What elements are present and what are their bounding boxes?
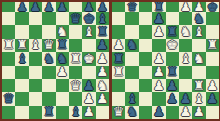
chess-pawn-icon: ♟ bbox=[194, 2, 205, 12]
square[interactable]: ♟ bbox=[82, 2, 95, 12]
square[interactable] bbox=[139, 92, 152, 105]
chess-bishop-icon: ♝ bbox=[96, 13, 108, 25]
chess-pawn-icon: ♟ bbox=[83, 106, 95, 118]
square[interactable]: ♜ bbox=[42, 106, 55, 119]
chess-bishop-icon: ♝ bbox=[83, 26, 95, 38]
square[interactable]: ♜ bbox=[112, 52, 125, 65]
chess-rook-icon: ♜ bbox=[43, 106, 55, 118]
square[interactable]: ♝ bbox=[15, 52, 28, 65]
chess-rook-icon: ♜ bbox=[113, 53, 125, 65]
square[interactable] bbox=[2, 2, 15, 12]
square[interactable] bbox=[112, 92, 125, 105]
square[interactable] bbox=[15, 92, 28, 105]
square[interactable]: ♟ bbox=[56, 2, 69, 12]
square[interactable]: ♟ bbox=[56, 66, 69, 79]
square[interactable] bbox=[42, 12, 55, 25]
square[interactable] bbox=[166, 2, 179, 12]
chess-pawn-icon: ♟ bbox=[30, 2, 41, 12]
chess-queen-icon: ♛ bbox=[113, 106, 125, 118]
chess-pawn-icon: ♟ bbox=[193, 106, 205, 118]
chess-bishop-icon: ♝ bbox=[126, 93, 138, 105]
square[interactable] bbox=[206, 66, 219, 79]
chess-knight-icon: ♞ bbox=[126, 106, 138, 118]
chess-king-icon: ♚ bbox=[83, 53, 95, 65]
square[interactable] bbox=[166, 106, 179, 119]
square[interactable] bbox=[42, 25, 55, 38]
square[interactable]: ♟ bbox=[152, 66, 165, 79]
square[interactable]: ♜ bbox=[2, 39, 15, 52]
square[interactable] bbox=[82, 39, 95, 52]
chess-pawn-icon: ♟ bbox=[153, 53, 165, 65]
square[interactable]: ♜ bbox=[166, 66, 179, 79]
square[interactable]: ♟ bbox=[206, 92, 219, 105]
chess-rook-icon: ♜ bbox=[166, 66, 178, 78]
square[interactable] bbox=[139, 2, 152, 12]
chess-pawn-icon: ♟ bbox=[180, 2, 191, 12]
square[interactable] bbox=[29, 25, 42, 38]
square[interactable] bbox=[179, 39, 192, 52]
square[interactable]: ♟ bbox=[192, 106, 205, 119]
chess-pawn-icon: ♟ bbox=[153, 80, 165, 92]
square[interactable] bbox=[125, 25, 138, 38]
square[interactable]: ♝ bbox=[69, 106, 82, 119]
square[interactable] bbox=[125, 52, 138, 65]
square[interactable] bbox=[42, 66, 55, 79]
square[interactable]: ♟ bbox=[96, 66, 109, 79]
chess-knight-icon: ♞ bbox=[193, 13, 205, 25]
square[interactable] bbox=[69, 39, 82, 52]
square[interactable]: ♞ bbox=[192, 52, 205, 65]
square[interactable] bbox=[29, 106, 42, 119]
square[interactable] bbox=[29, 12, 42, 25]
square[interactable] bbox=[69, 66, 82, 79]
square[interactable] bbox=[96, 106, 109, 119]
square[interactable] bbox=[56, 12, 69, 25]
square[interactable] bbox=[15, 12, 28, 25]
square[interactable] bbox=[139, 52, 152, 65]
chess-pawn-icon: ♟ bbox=[153, 13, 165, 25]
square[interactable]: ♟ bbox=[152, 52, 165, 65]
square[interactable]: ♟ bbox=[42, 2, 55, 12]
square[interactable]: ♟ bbox=[82, 92, 95, 105]
square[interactable] bbox=[15, 79, 28, 92]
square[interactable] bbox=[206, 25, 219, 38]
square[interactable] bbox=[139, 12, 152, 25]
chess-rook-icon: ♜ bbox=[16, 39, 28, 51]
square[interactable] bbox=[112, 12, 125, 25]
chess-bishop-icon: ♝ bbox=[30, 39, 42, 51]
square[interactable] bbox=[139, 106, 152, 119]
chess-pawn-icon: ♟ bbox=[96, 53, 108, 65]
square[interactable] bbox=[29, 66, 42, 79]
square[interactable] bbox=[166, 12, 179, 25]
square[interactable]: ♛ bbox=[2, 92, 15, 105]
chess-pawn-icon: ♟ bbox=[166, 93, 178, 105]
chess-queen-icon: ♛ bbox=[70, 13, 82, 25]
chess-pawn-icon: ♟ bbox=[206, 80, 218, 92]
chess-pawn-icon: ♟ bbox=[96, 66, 108, 78]
square[interactable] bbox=[29, 52, 42, 65]
square[interactable] bbox=[179, 79, 192, 92]
chess-pawn-icon: ♟ bbox=[56, 66, 68, 78]
square[interactable] bbox=[166, 52, 179, 65]
square[interactable] bbox=[112, 79, 125, 92]
square[interactable] bbox=[42, 92, 55, 105]
square[interactable]: ♟ bbox=[112, 39, 125, 52]
chess-rook-icon: ♜ bbox=[70, 53, 82, 65]
chess-rook-icon: ♜ bbox=[3, 39, 15, 51]
square[interactable] bbox=[139, 39, 152, 52]
right-board: ♛♜♟♟♚♟♞♟♜♞♝♟♞♚♜♜♟♝♞♜♟♜♟♟♜♟♝♟♟♝♟♛♞♟♟♟ bbox=[112, 2, 219, 119]
square[interactable]: ♟ bbox=[82, 106, 95, 119]
square[interactable]: ♟ bbox=[206, 79, 219, 92]
chess-pawn-icon: ♟ bbox=[96, 93, 108, 105]
square[interactable]: ♟ bbox=[96, 52, 109, 65]
chess-pawn-icon: ♟ bbox=[57, 2, 68, 12]
chess-knight-icon: ♞ bbox=[43, 53, 55, 65]
square[interactable]: ♟ bbox=[166, 79, 179, 92]
square[interactable]: ♚ bbox=[82, 52, 95, 65]
square[interactable]: ♜ bbox=[69, 52, 82, 65]
square[interactable] bbox=[69, 2, 82, 12]
chess-rook-icon: ♜ bbox=[96, 26, 108, 38]
square[interactable]: ♟ bbox=[82, 79, 95, 92]
chess-knight-icon: ♞ bbox=[180, 26, 192, 38]
chess-queen-icon: ♛ bbox=[3, 93, 15, 105]
chess-bishop-icon: ♝ bbox=[180, 53, 192, 65]
square[interactable] bbox=[206, 52, 219, 65]
square[interactable]: ♝ bbox=[82, 25, 95, 38]
square[interactable]: ♟ bbox=[15, 2, 28, 12]
chess-pawn-icon: ♟ bbox=[96, 39, 108, 51]
square[interactable] bbox=[112, 25, 125, 38]
chess-bishop-icon: ♝ bbox=[16, 53, 28, 65]
square[interactable] bbox=[2, 12, 15, 25]
square[interactable] bbox=[42, 79, 55, 92]
square[interactable]: ♟ bbox=[152, 106, 165, 119]
chess-queen-icon: ♛ bbox=[43, 39, 55, 51]
chess-pawn-icon: ♟ bbox=[83, 93, 95, 105]
square[interactable] bbox=[15, 66, 28, 79]
square[interactable] bbox=[139, 25, 152, 38]
square[interactable] bbox=[179, 66, 192, 79]
square[interactable]: ♛ bbox=[125, 2, 138, 12]
square[interactable] bbox=[15, 106, 28, 119]
square[interactable]: ♞ bbox=[125, 106, 138, 119]
chess-pawn-icon: ♟ bbox=[113, 39, 125, 51]
chess-pawn-icon: ♟ bbox=[166, 80, 178, 92]
square[interactable] bbox=[69, 25, 82, 38]
square[interactable]: ♞ bbox=[56, 25, 69, 38]
chess-knight-icon: ♞ bbox=[193, 53, 205, 65]
square[interactable] bbox=[15, 25, 28, 38]
left-board: ♟♟♟♟♟♟♛♚♝♞♝♜♜♜♝♛♜♟♝♞♞♜♚♟♟♟♛♟♞♛♟♟♜♝♟ bbox=[2, 2, 109, 119]
square[interactable]: ♞ bbox=[56, 52, 69, 65]
chess-pawn-icon: ♟ bbox=[153, 26, 165, 38]
square[interactable] bbox=[2, 25, 15, 38]
chess-pawn-icon: ♟ bbox=[97, 2, 108, 12]
chess-bishop-icon: ♝ bbox=[193, 26, 205, 38]
chess-rook-icon: ♜ bbox=[56, 39, 68, 51]
square[interactable]: ♝ bbox=[125, 92, 138, 105]
chess-queen-icon: ♛ bbox=[127, 2, 138, 12]
square[interactable] bbox=[2, 52, 15, 65]
square[interactable]: ♞ bbox=[192, 12, 205, 25]
square[interactable]: ♛ bbox=[69, 12, 82, 25]
square[interactable]: ♞ bbox=[96, 79, 109, 92]
square[interactable]: ♜ bbox=[15, 39, 28, 52]
square[interactable]: ♟ bbox=[179, 92, 192, 105]
chess-rook-icon: ♜ bbox=[153, 2, 164, 12]
square[interactable] bbox=[2, 79, 15, 92]
square[interactable]: ♜ bbox=[166, 25, 179, 38]
square[interactable]: ♟ bbox=[96, 2, 109, 12]
square[interactable]: ♚ bbox=[206, 2, 219, 12]
square[interactable] bbox=[56, 106, 69, 119]
square[interactable]: ♝ bbox=[179, 52, 192, 65]
square[interactable]: ♞ bbox=[125, 39, 138, 52]
chess-rook-icon: ♜ bbox=[206, 39, 218, 51]
square[interactable]: ♛ bbox=[69, 79, 82, 92]
square[interactable] bbox=[206, 106, 219, 119]
square[interactable]: ♞ bbox=[179, 25, 192, 38]
chess-knight-icon: ♞ bbox=[56, 53, 68, 65]
chess-knight-icon: ♞ bbox=[96, 80, 108, 92]
chess-rook-icon: ♜ bbox=[113, 66, 125, 78]
chess-rook-icon: ♜ bbox=[193, 80, 205, 92]
square[interactable]: ♛ bbox=[42, 39, 55, 52]
square[interactable]: ♜ bbox=[152, 2, 165, 12]
square[interactable] bbox=[29, 79, 42, 92]
square[interactable] bbox=[125, 66, 138, 79]
square[interactable] bbox=[152, 92, 165, 105]
square[interactable]: ♟ bbox=[29, 2, 42, 12]
square[interactable] bbox=[69, 92, 82, 105]
square[interactable] bbox=[139, 66, 152, 79]
square[interactable]: ♟ bbox=[152, 12, 165, 25]
square[interactable] bbox=[179, 12, 192, 25]
square[interactable] bbox=[29, 92, 42, 105]
square[interactable]: ♟ bbox=[179, 106, 192, 119]
square[interactable]: ♟ bbox=[166, 92, 179, 105]
chess-pawn-icon: ♟ bbox=[83, 80, 95, 92]
chess-pawn-icon: ♟ bbox=[206, 93, 218, 105]
square[interactable]: ♝ bbox=[29, 39, 42, 52]
chess-bishop-icon: ♝ bbox=[70, 106, 82, 118]
double-chess-diagram: ♟♟♟♟♟♟♛♚♝♞♝♜♜♜♝♛♜♟♝♞♞♜♚♟♟♟♛♟♞♛♟♟♜♝♟ ♛♜♟♟… bbox=[0, 0, 220, 121]
chess-bishop-icon: ♝ bbox=[193, 93, 205, 105]
square[interactable]: ♟ bbox=[96, 92, 109, 105]
chess-king-icon: ♚ bbox=[83, 13, 95, 25]
square[interactable] bbox=[2, 66, 15, 79]
square[interactable]: ♞ bbox=[42, 52, 55, 65]
square[interactable]: ♝ bbox=[192, 92, 205, 105]
chess-knight-icon: ♞ bbox=[56, 26, 68, 38]
square[interactable] bbox=[2, 106, 15, 119]
chess-pawn-icon: ♟ bbox=[180, 106, 192, 118]
square[interactable] bbox=[112, 2, 125, 12]
square[interactable]: ♟ bbox=[152, 25, 165, 38]
chess-rook-icon: ♜ bbox=[166, 26, 178, 38]
chess-pawn-icon: ♟ bbox=[153, 66, 165, 78]
chess-king-icon: ♚ bbox=[207, 2, 218, 12]
square[interactable]: ♜ bbox=[56, 39, 69, 52]
chess-queen-icon: ♛ bbox=[70, 80, 82, 92]
chess-king-icon: ♚ bbox=[166, 39, 178, 51]
square[interactable]: ♛ bbox=[112, 106, 125, 119]
chess-pawn-icon: ♟ bbox=[153, 106, 165, 118]
square[interactable] bbox=[192, 39, 205, 52]
square[interactable] bbox=[125, 12, 138, 25]
square[interactable] bbox=[152, 39, 165, 52]
square[interactable]: ♜ bbox=[112, 66, 125, 79]
square[interactable]: ♟ bbox=[152, 79, 165, 92]
square[interactable]: ♝ bbox=[96, 12, 109, 25]
square[interactable]: ♝ bbox=[192, 25, 205, 38]
square[interactable] bbox=[139, 79, 152, 92]
square[interactable] bbox=[192, 66, 205, 79]
chess-pawn-icon: ♟ bbox=[84, 2, 95, 12]
square[interactable]: ♚ bbox=[166, 39, 179, 52]
square[interactable] bbox=[206, 12, 219, 25]
square[interactable]: ♚ bbox=[82, 12, 95, 25]
square[interactable] bbox=[125, 79, 138, 92]
chess-knight-icon: ♞ bbox=[126, 39, 138, 51]
square[interactable]: ♜ bbox=[96, 25, 109, 38]
square[interactable]: ♟ bbox=[96, 39, 109, 52]
square[interactable]: ♜ bbox=[192, 79, 205, 92]
chess-pawn-icon: ♟ bbox=[43, 2, 54, 12]
chess-pawn-icon: ♟ bbox=[17, 2, 28, 12]
square[interactable]: ♟ bbox=[179, 2, 192, 12]
chess-pawn-icon: ♟ bbox=[180, 93, 192, 105]
square[interactable]: ♟ bbox=[192, 2, 205, 12]
square[interactable]: ♜ bbox=[206, 39, 219, 52]
square[interactable] bbox=[82, 66, 95, 79]
square[interactable] bbox=[56, 92, 69, 105]
square[interactable] bbox=[56, 79, 69, 92]
